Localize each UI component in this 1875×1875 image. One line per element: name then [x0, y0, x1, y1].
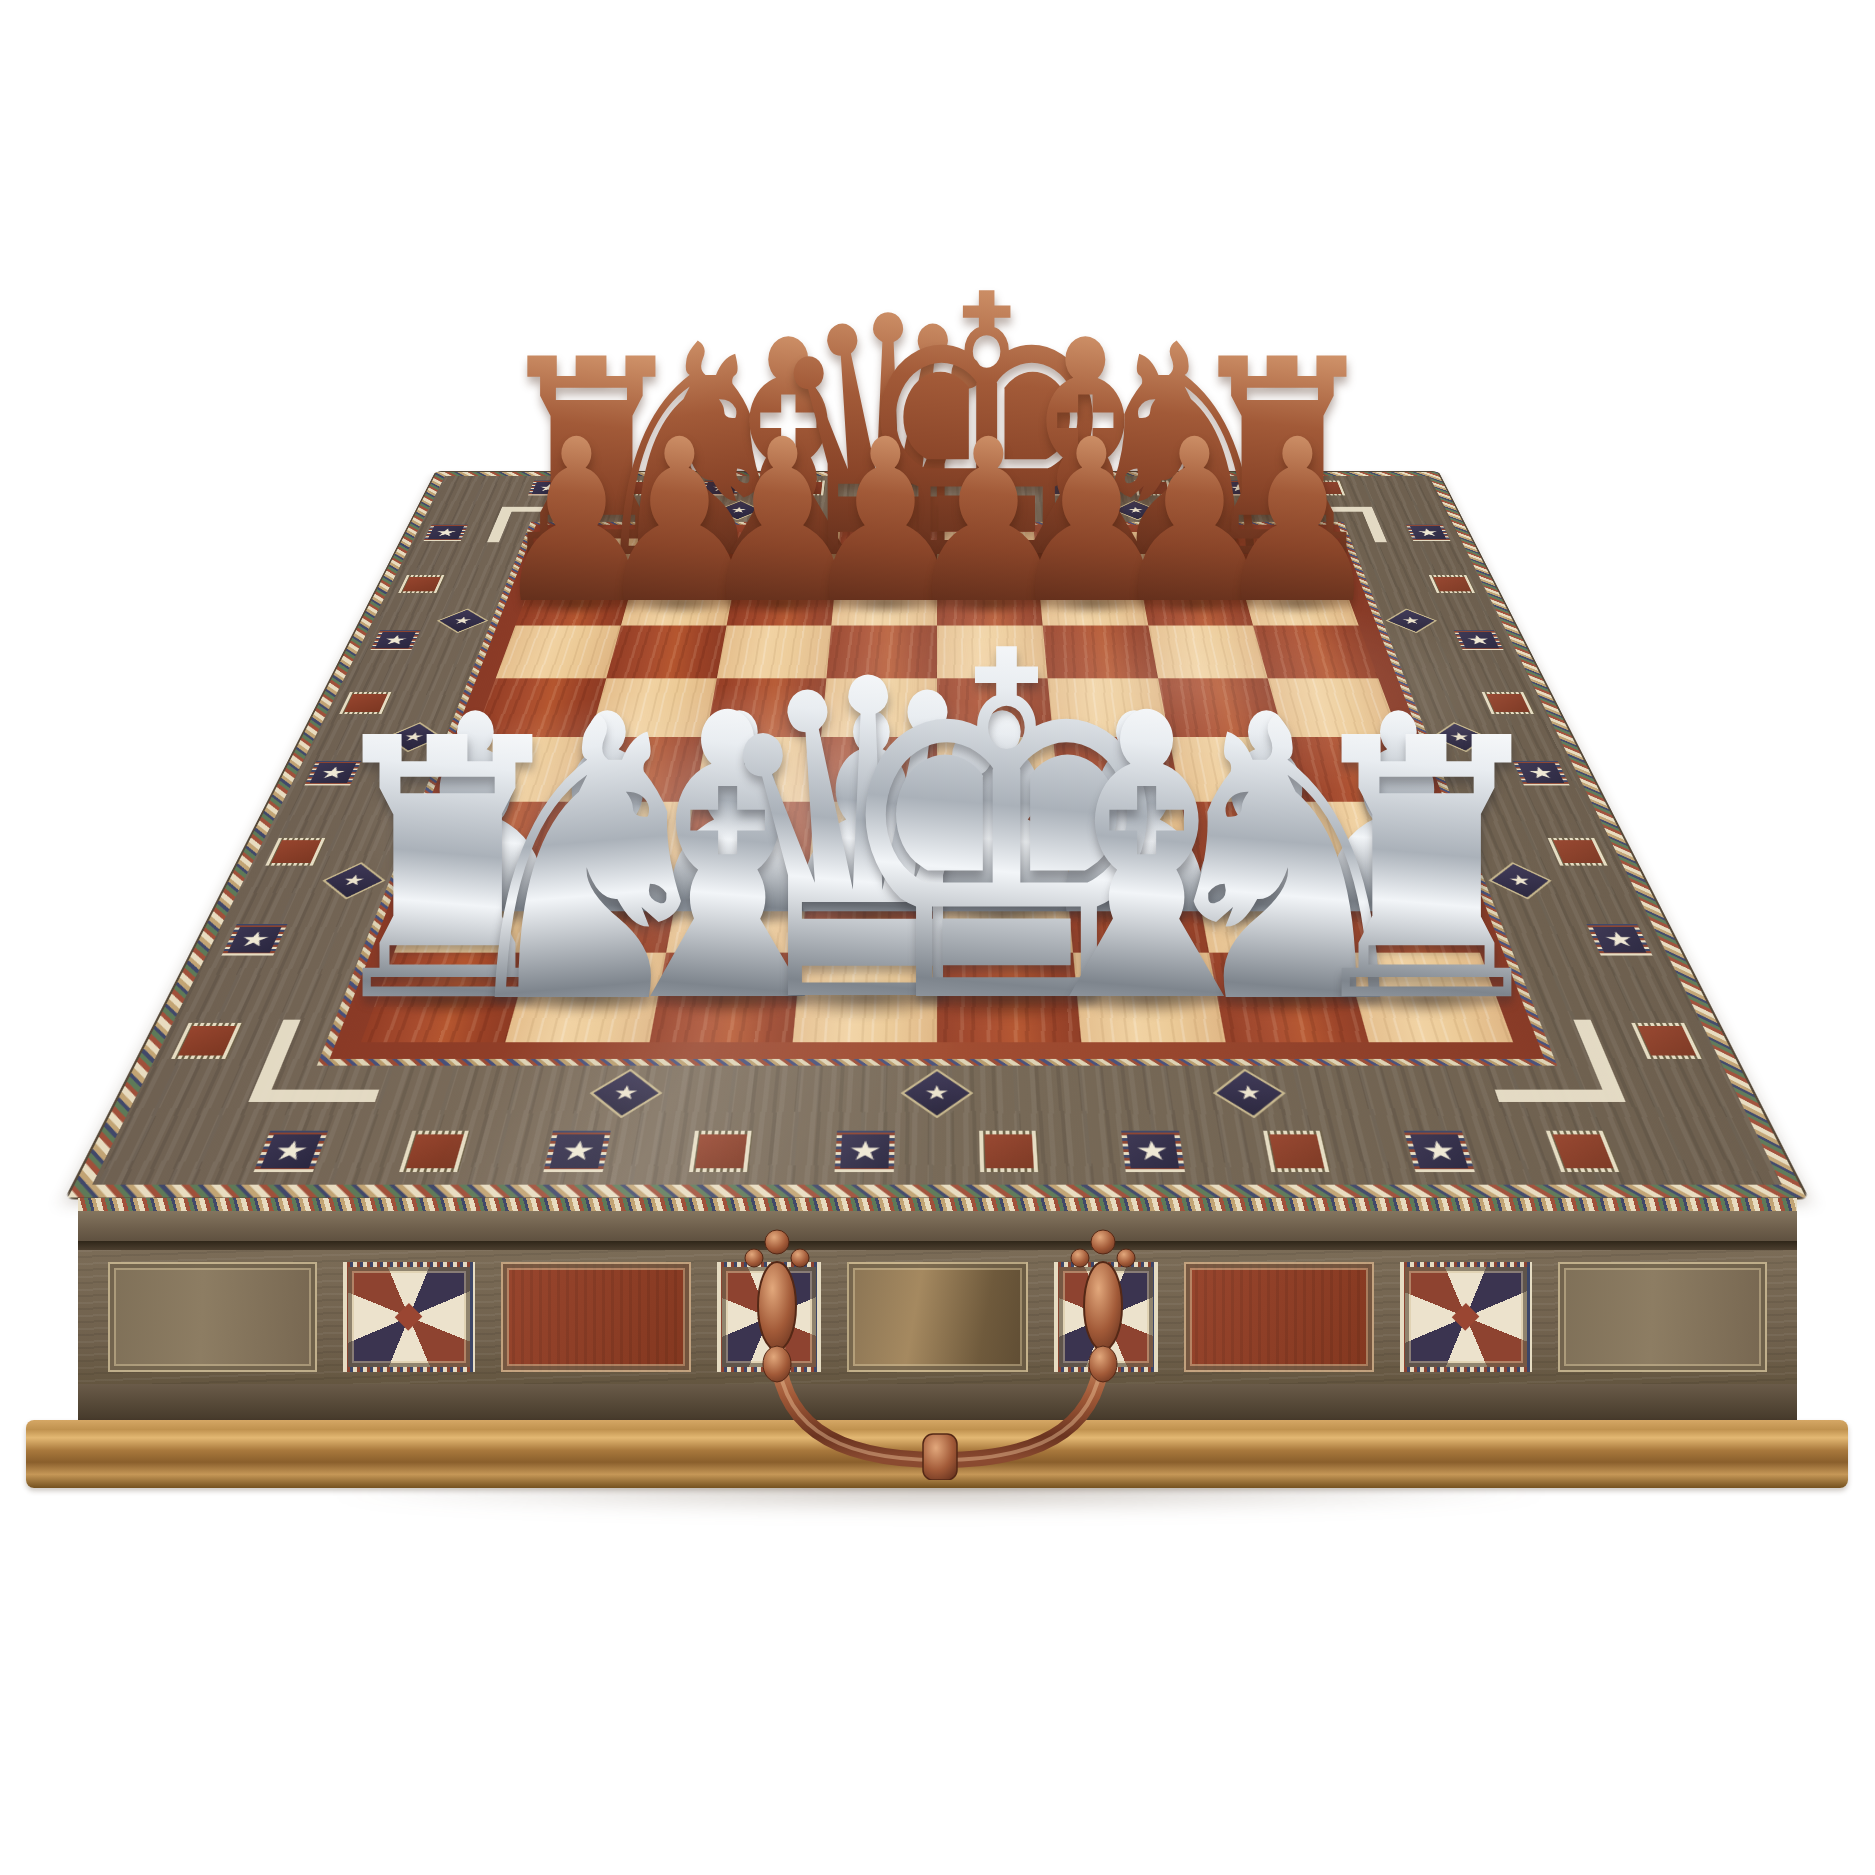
chess-set-photo: ★★★★★ ★★★★★ ★★★★ ★★★★ ★★★ ★★★ ★★★ ★★★ — [0, 0, 1875, 1875]
pieces-layer: ♜♞♝♛♚♝♞♜♟♟♟♟♟♟♟♟♟♟♟♟♟♟♟♟♜♞♝♛♚♝♞♜ — [0, 0, 1875, 1875]
chess-piece-silver-rook-h1[interactable]: ♜ — [1247, 693, 1606, 1052]
